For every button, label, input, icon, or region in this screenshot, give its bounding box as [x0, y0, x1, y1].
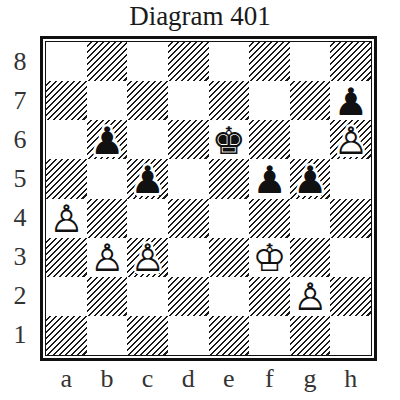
piece-glyph: ♙	[293, 278, 327, 316]
black-pawn-piece: ♟♟	[127, 159, 168, 198]
square-a2	[46, 277, 87, 316]
square-d6	[168, 120, 209, 159]
piece-glyph: ♟	[334, 83, 368, 121]
white-pawn-piece: ♟♙	[290, 277, 331, 316]
rank-label-7: 7	[8, 81, 32, 120]
white-king-piece: ♚♔	[249, 238, 290, 277]
square-b2	[87, 277, 128, 316]
square-f2	[249, 277, 290, 316]
piece-glyph: ♙	[49, 200, 83, 238]
square-h2	[330, 277, 371, 316]
white-pawn-piece: ♟♙	[87, 238, 128, 277]
piece-glyph: ♟	[90, 122, 124, 160]
file-label-h: h	[330, 363, 371, 395]
square-g2: ♟♙	[290, 277, 331, 316]
square-b1	[87, 316, 128, 355]
square-b4	[87, 199, 128, 238]
file-label-b: b	[87, 363, 128, 395]
diagram-title: Diagram 401	[0, 1, 400, 32]
square-f6	[249, 120, 290, 159]
square-g3	[290, 238, 331, 277]
square-a6	[46, 120, 87, 159]
piece-glyph: ♙	[334, 122, 368, 160]
square-e2	[209, 277, 250, 316]
black-pawn-piece: ♟♟	[87, 120, 128, 159]
rank-label-5: 5	[8, 159, 32, 198]
square-a3	[46, 238, 87, 277]
white-pawn-piece: ♟♙	[330, 120, 371, 159]
piece-glyph: ♙	[131, 239, 165, 277]
square-f1	[249, 316, 290, 355]
square-d5	[168, 159, 209, 198]
file-label-a: a	[46, 363, 87, 395]
board-frame: ♟♟♟♟♚♚♟♙♟♟♟♟♟♟♟♙♟♙♟♙♚♔♟♙	[40, 36, 377, 361]
square-d3	[168, 238, 209, 277]
rank-label-8: 8	[8, 42, 32, 81]
piece-glyph: ♔	[252, 239, 286, 277]
rank-label-1: 1	[8, 316, 32, 355]
board-grid: ♟♟♟♟♚♚♟♙♟♟♟♟♟♟♟♙♟♙♟♙♚♔♟♙	[46, 42, 371, 355]
square-e1	[209, 316, 250, 355]
square-g7	[290, 81, 331, 120]
square-e3	[209, 238, 250, 277]
square-d1	[168, 316, 209, 355]
square-g5: ♟♟	[290, 159, 331, 198]
square-g8	[290, 42, 331, 81]
square-c2	[127, 277, 168, 316]
rank-label-2: 2	[8, 277, 32, 316]
square-h7: ♟♟	[330, 81, 371, 120]
square-h5	[330, 159, 371, 198]
white-pawn-piece: ♟♙	[46, 199, 87, 238]
square-b5	[87, 159, 128, 198]
square-g1	[290, 316, 331, 355]
square-d4	[168, 199, 209, 238]
square-c5: ♟♟	[127, 159, 168, 198]
square-h6: ♟♙	[330, 120, 371, 159]
square-b3: ♟♙	[87, 238, 128, 277]
square-c6	[127, 120, 168, 159]
file-label-f: f	[249, 363, 290, 395]
square-e4	[209, 199, 250, 238]
black-king-piece: ♚♚	[209, 120, 250, 159]
square-c4	[127, 199, 168, 238]
piece-glyph: ♟	[293, 161, 327, 199]
square-a7	[46, 81, 87, 120]
square-h4	[330, 199, 371, 238]
square-d2	[168, 277, 209, 316]
square-f3: ♚♔	[249, 238, 290, 277]
square-h8	[330, 42, 371, 81]
square-b8	[87, 42, 128, 81]
square-f7	[249, 81, 290, 120]
file-label-e: e	[209, 363, 250, 395]
square-e8	[209, 42, 250, 81]
square-h1	[330, 316, 371, 355]
square-c1	[127, 316, 168, 355]
square-a5	[46, 159, 87, 198]
rank-label-4: 4	[8, 199, 32, 238]
square-a1	[46, 316, 87, 355]
white-pawn-piece: ♟♙	[127, 238, 168, 277]
piece-glyph: ♚	[212, 122, 246, 160]
black-pawn-piece: ♟♟	[249, 159, 290, 198]
square-f5: ♟♟	[249, 159, 290, 198]
black-pawn-piece: ♟♟	[290, 159, 331, 198]
square-d7	[168, 81, 209, 120]
board-inner-border: ♟♟♟♟♚♚♟♙♟♟♟♟♟♟♟♙♟♙♟♙♚♔♟♙	[45, 41, 372, 356]
square-e7	[209, 81, 250, 120]
chess-diagram-page: Diagram 401 87654321 ♟♟♟♟♚♚♟♙♟♟♟♟♟♟♟♙♟♙♟…	[0, 0, 400, 400]
square-d8	[168, 42, 209, 81]
square-c3: ♟♙	[127, 238, 168, 277]
square-c7	[127, 81, 168, 120]
square-b7	[87, 81, 128, 120]
square-c8	[127, 42, 168, 81]
file-label-c: c	[127, 363, 168, 395]
square-f4	[249, 199, 290, 238]
black-pawn-piece: ♟♟	[330, 81, 371, 120]
piece-glyph: ♙	[90, 239, 124, 277]
rank-label-6: 6	[8, 120, 32, 159]
square-g4	[290, 199, 331, 238]
square-a8	[46, 42, 87, 81]
file-labels: abcdefgh	[46, 363, 371, 395]
square-f8	[249, 42, 290, 81]
rank-labels: 87654321	[8, 42, 32, 355]
piece-glyph: ♟	[131, 161, 165, 199]
file-label-d: d	[168, 363, 209, 395]
square-h3	[330, 238, 371, 277]
square-g6	[290, 120, 331, 159]
square-b6: ♟♟	[87, 120, 128, 159]
rank-label-3: 3	[8, 238, 32, 277]
square-e5	[209, 159, 250, 198]
file-label-g: g	[290, 363, 331, 395]
piece-glyph: ♟	[252, 161, 286, 199]
square-e6: ♚♚	[209, 120, 250, 159]
square-a4: ♟♙	[46, 199, 87, 238]
